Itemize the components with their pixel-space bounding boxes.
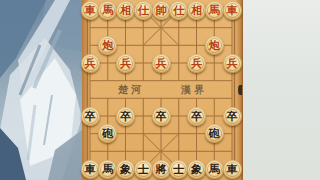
piece-red[interactable]: 炮 — [98, 36, 117, 55]
piece-black[interactable]: 將 — [152, 160, 171, 179]
piece-black[interactable]: 象 — [187, 160, 206, 179]
piece-black[interactable]: 士 — [134, 160, 153, 179]
mountain-photo — [0, 0, 82, 180]
right-background — [243, 0, 320, 180]
board-edge-mark — [238, 85, 242, 95]
piece-black[interactable]: 車 — [223, 160, 242, 179]
pieces-layer: 車馬相仕帥仕相馬車炮炮兵兵兵兵兵卒卒卒卒卒砲砲車馬象士將士象馬車 — [82, 0, 243, 180]
piece-red[interactable]: 相 — [187, 1, 206, 20]
piece-red[interactable]: 兵 — [152, 54, 171, 73]
piece-black[interactable]: 卒 — [187, 107, 206, 126]
piece-red[interactable]: 仕 — [134, 1, 153, 20]
piece-black[interactable]: 馬 — [98, 160, 117, 179]
piece-red[interactable]: 兵 — [116, 54, 135, 73]
piece-red[interactable]: 相 — [116, 1, 135, 20]
piece-red[interactable]: 馬 — [98, 1, 117, 20]
piece-red[interactable]: 兵 — [187, 54, 206, 73]
piece-black[interactable]: 砲 — [205, 124, 224, 143]
piece-red[interactable]: 車 — [81, 1, 100, 20]
piece-black[interactable]: 象 — [116, 160, 135, 179]
piece-red[interactable]: 炮 — [205, 36, 224, 55]
piece-black[interactable]: 車 — [81, 160, 100, 179]
piece-red[interactable]: 仕 — [169, 1, 188, 20]
piece-black[interactable]: 卒 — [152, 107, 171, 126]
piece-red[interactable]: 兵 — [223, 54, 242, 73]
piece-black[interactable]: 卒 — [223, 107, 242, 126]
piece-black[interactable]: 卒 — [116, 107, 135, 126]
piece-black[interactable]: 砲 — [98, 124, 117, 143]
piece-red[interactable]: 帥 — [152, 1, 171, 20]
piece-black[interactable]: 卒 — [81, 107, 100, 126]
piece-red[interactable]: 馬 — [205, 1, 224, 20]
piece-black[interactable]: 馬 — [205, 160, 224, 179]
piece-black[interactable]: 士 — [169, 160, 188, 179]
xiangqi-board: 楚河 漢界 車馬相仕帥仕相馬車炮炮兵兵兵兵兵卒卒卒卒卒砲砲車馬象士將士象馬車 — [82, 0, 243, 180]
game-screen: 楚河 漢界 車馬相仕帥仕相馬車炮炮兵兵兵兵兵卒卒卒卒卒砲砲車馬象士將士象馬車 — [0, 0, 320, 180]
piece-red[interactable]: 車 — [223, 1, 242, 20]
piece-red[interactable]: 兵 — [81, 54, 100, 73]
mountain-art — [0, 0, 82, 180]
